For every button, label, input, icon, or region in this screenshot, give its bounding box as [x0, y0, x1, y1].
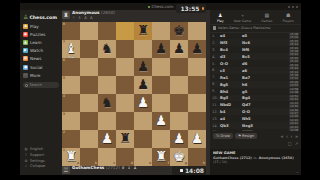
opening-name: Italian Game: Giuoco Pianissimo — [218, 26, 271, 30]
white-move[interactable]: d3 — [220, 54, 242, 59]
rank-label-6: 6 — [63, 59, 65, 62]
square-a4[interactable]: 4 — [62, 94, 80, 112]
square-d7[interactable] — [116, 40, 134, 58]
move-number: 4. — [212, 55, 220, 59]
share-icon[interactable]: ↗ — [295, 141, 298, 146]
square-f1[interactable]: f♜ — [152, 148, 170, 166]
piece-wp-h2[interactable]: ♟ — [188, 130, 206, 148]
black-move[interactable]: Nc6 — [242, 40, 264, 45]
move-number: 9. — [212, 89, 220, 93]
piece-wp-f3[interactable]: ♟ — [152, 112, 170, 130]
player-clock-time: 14:08 — [185, 167, 204, 174]
square-g3[interactable] — [170, 112, 188, 130]
square-g1[interactable]: g♚ — [170, 148, 188, 166]
square-e8[interactable]: ♜ — [134, 22, 152, 40]
rank-label-4: 4 — [63, 95, 65, 98]
square-d3[interactable] — [116, 112, 134, 130]
tab-games[interactable]: ▦Games — [261, 12, 272, 23]
play-pawn-icon: ♟ — [23, 24, 28, 29]
sidebar-item-social[interactable]: ●Social — [20, 63, 62, 71]
square-h5[interactable] — [188, 76, 206, 94]
panel-view-icons: □↗ — [210, 141, 301, 148]
square-a8[interactable]: 8 — [62, 22, 80, 40]
square-a2[interactable]: 2 — [62, 130, 80, 148]
move-number: 7. — [212, 75, 220, 79]
time-control-label: (15 | 10) — [213, 160, 298, 164]
white-move[interactable]: e4 — [220, 33, 242, 38]
player-captured-pieces: ♛ ♝ ♟ — [121, 165, 137, 170]
square-f8[interactable] — [152, 22, 170, 40]
sidebar-item-watch[interactable]: ▶Watch — [20, 47, 62, 55]
move-row-2: 2.Nf3Nc615:1515:14 — [212, 39, 299, 46]
logo-pawn-icon: ♙ — [23, 14, 28, 20]
square-b8[interactable] — [80, 22, 98, 40]
move-number: 5. — [212, 62, 220, 66]
black-move[interactable]: g5 — [242, 89, 264, 94]
player-rating: (2712) — [106, 165, 120, 170]
move-row-13: 13.a4Nh514:2914:20 — [212, 115, 299, 122]
move-row-1: 1.e4e515:0815:09 — [212, 33, 299, 40]
black-move[interactable]: Bc5 — [242, 54, 264, 59]
move-navigation: «‹›» — [280, 133, 298, 139]
square-a3[interactable]: 3 — [62, 112, 80, 130]
square-e7[interactable] — [134, 40, 152, 58]
move-number: 6. — [212, 68, 220, 72]
sidebar-nav: ♟Play▣Puzzles▲Learn▶Watch▤News●Social⋯Mo… — [20, 22, 62, 79]
black-move[interactable]: a6 — [242, 68, 264, 73]
square-f4[interactable] — [152, 94, 170, 112]
white-move[interactable]: Qb3 — [220, 123, 242, 128]
square-c5[interactable] — [98, 76, 116, 94]
learn-icon: ▲ — [23, 40, 28, 45]
player-avatar[interactable]: ♖ — [62, 166, 70, 174]
window-controls[interactable] — [288, 6, 298, 8]
square-b6[interactable] — [80, 58, 98, 76]
white-move[interactable]: Bc4 — [220, 47, 242, 52]
square-h6[interactable] — [188, 58, 206, 76]
chat-collapse-icon[interactable]: ⌄ — [296, 169, 299, 174]
piece-bn-c4[interactable]: ♞ — [98, 94, 116, 112]
player-name[interactable]: GothamChess (2712) ♛ ♝ ♟ — [72, 166, 137, 171]
move-number: 8. — [212, 82, 220, 86]
piece-bp-f7[interactable]: ♟ — [152, 40, 170, 58]
black-move[interactable]: Nh5 — [242, 116, 264, 121]
first-move-button[interactable]: « — [280, 133, 283, 139]
square-e5[interactable]: ♟ — [134, 76, 152, 94]
site-favicon-dot — [148, 6, 150, 8]
white-move[interactable]: b4 — [220, 109, 242, 114]
square-h7[interactable]: ♟ — [188, 40, 206, 58]
opponent-avatar[interactable]: ♜ — [62, 11, 70, 19]
logo-text: Chess.com — [29, 15, 57, 20]
piece-bn-c7[interactable]: ♞ — [98, 40, 116, 58]
piece-bp-h7[interactable]: ♟ — [188, 40, 206, 58]
square-h3[interactable] — [188, 112, 206, 130]
social-icon: ● — [23, 65, 28, 70]
move-number: 12. — [212, 110, 220, 114]
square-h1[interactable]: h — [188, 148, 206, 166]
opening-name-row[interactable]: Italian Game: Giuoco Pianissimo — [210, 24, 301, 33]
black-move[interactable]: Nf6 — [242, 47, 264, 52]
tab-new-game[interactable]: ＋New Game — [234, 12, 251, 23]
square-a5[interactable]: 5 — [62, 76, 80, 94]
square-h2[interactable]: ♟ — [188, 130, 206, 148]
file-label-e: e — [149, 162, 151, 165]
opponent-clock-time: 13:55 — [180, 5, 199, 12]
move-row-4: 4.d3Bc515:2415:20 — [212, 53, 299, 60]
move-number: 10. — [212, 96, 220, 100]
square-d1[interactable]: d — [116, 148, 134, 166]
piece-wp-c2[interactable]: ♟ — [98, 130, 116, 148]
move-number: 14. — [212, 124, 220, 128]
square-f7[interactable]: ♟ — [152, 40, 170, 58]
opponent-rating: (2650) — [101, 10, 115, 15]
black-player-link[interactable]: Anonymous (2650) — [259, 156, 294, 160]
square-g7[interactable]: ♟ — [170, 40, 188, 58]
square-b1[interactable]: b — [80, 148, 98, 166]
opponent-clock: 13:55 — [176, 4, 206, 13]
square-f2[interactable] — [152, 130, 170, 148]
square-d6[interactable] — [116, 58, 134, 76]
square-a1[interactable]: 1a♜ — [62, 148, 80, 166]
square-g6[interactable] — [170, 58, 188, 76]
white-move[interactable]: Bh4 — [220, 89, 242, 94]
square-h4[interactable] — [188, 94, 206, 112]
opponent-captured-pieces: ♘ ♗ ♙ ♙ — [72, 16, 115, 21]
rank-label-8: 8 — [63, 23, 65, 26]
player-clock: 14:08 — [172, 166, 206, 175]
move-number: 3. — [212, 48, 220, 52]
window-title: Chess.com — [152, 3, 174, 10]
theater-mode-icon[interactable]: □ — [288, 141, 292, 146]
game-message-box: NEW GAME GothamChess (2712) vs. Anonymou… — [210, 149, 301, 175]
news-icon: ▤ — [23, 56, 28, 61]
rank-label-3: 3 — [63, 113, 65, 116]
black-move[interactable]: Bg4 — [242, 95, 264, 100]
black-move[interactable]: O-O — [242, 109, 264, 114]
black-move[interactable]: Qd7 — [242, 102, 264, 107]
game-controls: ½ Draw ⚑ Resign «‹›» — [210, 131, 301, 141]
piece-bk-g8[interactable]: ♚ — [170, 22, 188, 40]
last-move-button[interactable]: » — [295, 133, 298, 139]
black-move[interactable]: Nxg3 — [242, 123, 264, 128]
move-row-14: 14.Qb3Nxg314:2114:10 — [212, 122, 299, 129]
move-row-3: 3.Bc4Nf615:2015:18 — [212, 46, 299, 53]
move-row-7: 7.Re1Ba715:1815:02 — [212, 74, 299, 81]
square-e1[interactable]: e — [134, 148, 152, 166]
move-number: 11. — [212, 103, 220, 107]
move-row-11: 11.Nbd2Qd714:4314:33 — [212, 101, 299, 108]
piece-wk-g1[interactable]: ♚ — [170, 148, 188, 166]
chess-app-window: Chess.com ♙ Chess.com ♟Play▣Puzzles▲Lear… — [20, 3, 301, 175]
next-move-button[interactable]: › — [290, 133, 292, 139]
draw-button[interactable]: ½ Draw — [213, 133, 233, 139]
tab-play[interactable]: ♟Play — [217, 12, 224, 23]
resign-button[interactable]: ⚑ Resign — [235, 133, 257, 139]
move-row-6: 6.c3a615:2415:10 — [212, 67, 299, 74]
sidebar-bottom-links: ◍English?Support⚙Settings«Collapse — [20, 147, 62, 169]
search-icon — [25, 84, 28, 87]
white-move[interactable]: Nf3 — [220, 40, 242, 45]
piece-wr-a1[interactable]: ♜ — [62, 148, 80, 166]
square-c3[interactable] — [98, 112, 116, 130]
square-f3[interactable]: ♟ — [152, 112, 170, 130]
black-move[interactable]: Ba7 — [242, 75, 264, 80]
square-a6[interactable]: 6 — [62, 58, 80, 76]
sidebar-bottom-collapse[interactable]: «Collapse — [20, 163, 62, 169]
square-e6[interactable]: ♟ — [134, 58, 152, 76]
clock-icon — [180, 169, 183, 172]
rank-label-2: 2 — [63, 131, 65, 134]
square-c7[interactable]: ♞ — [98, 40, 116, 58]
square-d2[interactable]: ♜ — [116, 130, 134, 148]
square-c6[interactable] — [98, 58, 116, 76]
square-b3[interactable] — [80, 112, 98, 130]
square-g5[interactable] — [170, 76, 188, 94]
file-label-h: h — [203, 162, 205, 165]
white-move[interactable]: Bg5 — [220, 82, 242, 87]
square-c1[interactable]: c — [98, 148, 116, 166]
move-number: 1. — [212, 34, 220, 38]
white-move[interactable]: a4 — [220, 116, 242, 121]
square-b7[interactable] — [80, 40, 98, 58]
square-e2[interactable] — [134, 130, 152, 148]
move-number: 13. — [212, 117, 220, 121]
square-g8[interactable]: ♚ — [170, 22, 188, 40]
piece-bp-g7[interactable]: ♟ — [170, 40, 188, 58]
square-b5[interactable] — [80, 76, 98, 94]
sidebar-item-learn[interactable]: ▲Learn — [20, 38, 62, 46]
sidebar-item-puzzles[interactable]: ▣Puzzles — [20, 30, 62, 38]
piece-wr-f1[interactable]: ♜ — [152, 148, 170, 166]
white-move[interactable]: c3 — [220, 68, 242, 73]
square-g4[interactable] — [170, 94, 188, 112]
square-g2[interactable]: ♟ — [170, 130, 188, 148]
square-f5[interactable] — [152, 76, 170, 94]
square-d8[interactable] — [116, 22, 134, 40]
piece-wp-g2[interactable]: ♟ — [170, 130, 188, 148]
white-move[interactable]: Re1 — [220, 75, 242, 80]
chess-board: 8♜♚7♝Bxa7♞♟♟♟6♟5♟4♞♟3♟2♟♜♟♟1a♜bcdef♜g♚h — [62, 22, 206, 166]
opening-book-icon — [213, 26, 216, 30]
search-placeholder: Search — [30, 83, 42, 87]
clock-indicator-dot — [202, 7, 205, 10]
sidebar-item-news[interactable]: ▤News — [20, 55, 62, 63]
move-row-5: 5.O-Od615:2615:19 — [212, 60, 299, 67]
square-c2[interactable]: ♟ — [98, 130, 116, 148]
square-a7[interactable]: 7♝Bxa7 — [62, 40, 80, 58]
black-move[interactable]: e5 — [242, 33, 264, 38]
square-b4[interactable] — [80, 94, 98, 112]
move-number: 2. — [212, 41, 220, 45]
piece-wp-e4[interactable]: ♟ — [134, 94, 152, 112]
piece-bp-e6[interactable]: ♟ — [134, 58, 152, 76]
video-letterbox-frame: Chess.com ♙ Chess.com ♟Play▣Puzzles▲Lear… — [0, 0, 320, 180]
white-move[interactable]: Nbd2 — [220, 102, 242, 107]
move-row-10: 10.Bg3Bg414:5014:41 — [212, 95, 299, 102]
search-input[interactable]: Search — [23, 82, 59, 88]
square-e4[interactable]: ♟ — [134, 94, 152, 112]
window-titlebar: Chess.com — [20, 3, 301, 10]
square-c4[interactable]: ♞ — [98, 94, 116, 112]
piece-bp-e5[interactable]: ♟ — [134, 76, 152, 94]
square-h8[interactable] — [188, 22, 206, 40]
panel-tabs: ♟Play＋New Game▦Games☗Players — [210, 10, 301, 24]
move-row-12: 12.b4O-O14:3614:27 — [212, 108, 299, 115]
sidebar: ♙ Chess.com ♟Play▣Puzzles▲Learn▶Watch▤Ne… — [20, 10, 62, 175]
square-c8[interactable] — [98, 22, 116, 40]
puzzles-icon: ▣ — [23, 32, 28, 37]
square-e3[interactable] — [134, 112, 152, 130]
move-list: 1.e4e515:0815:092.Nf3Nc615:1515:143.Bc4N… — [210, 33, 301, 132]
chesscom-logo[interactable]: ♙ Chess.com — [20, 10, 62, 22]
square-d4[interactable] — [116, 94, 134, 112]
black-move[interactable]: h6 — [242, 82, 264, 87]
black-move[interactable]: d6 — [242, 61, 264, 66]
square-f6[interactable] — [152, 58, 170, 76]
piece-br-e8[interactable]: ♜ — [134, 22, 152, 40]
piece-br-d2[interactable]: ♜ — [116, 130, 134, 148]
white-move[interactable]: Bg3 — [220, 95, 242, 100]
move-row-8: 8.Bg5h615:0914:55 — [212, 81, 299, 88]
resign-flag-icon: ⚑ — [238, 134, 241, 138]
sidebar-item-more[interactable]: ⋯More — [20, 71, 62, 79]
watch-icon: ▶ — [23, 48, 28, 53]
game-panel: ♟Play＋New Game▦Games☗Players Italian Gam… — [210, 10, 301, 175]
draw-half-icon: ½ — [216, 134, 219, 138]
square-b2[interactable] — [80, 130, 98, 148]
move-row-9: 9.Bh4g514:5814:48 — [212, 88, 299, 95]
previous-move-button[interactable]: ‹ — [286, 133, 288, 139]
more-dots-icon: ⋯ — [23, 73, 28, 78]
white-move[interactable]: O-O — [220, 61, 242, 66]
tab-players[interactable]: ☗Players — [282, 12, 294, 23]
square-d5[interactable] — [116, 76, 134, 94]
rank-label-5: 5 — [63, 77, 65, 80]
sidebar-item-play[interactable]: ♟Play — [20, 22, 62, 30]
